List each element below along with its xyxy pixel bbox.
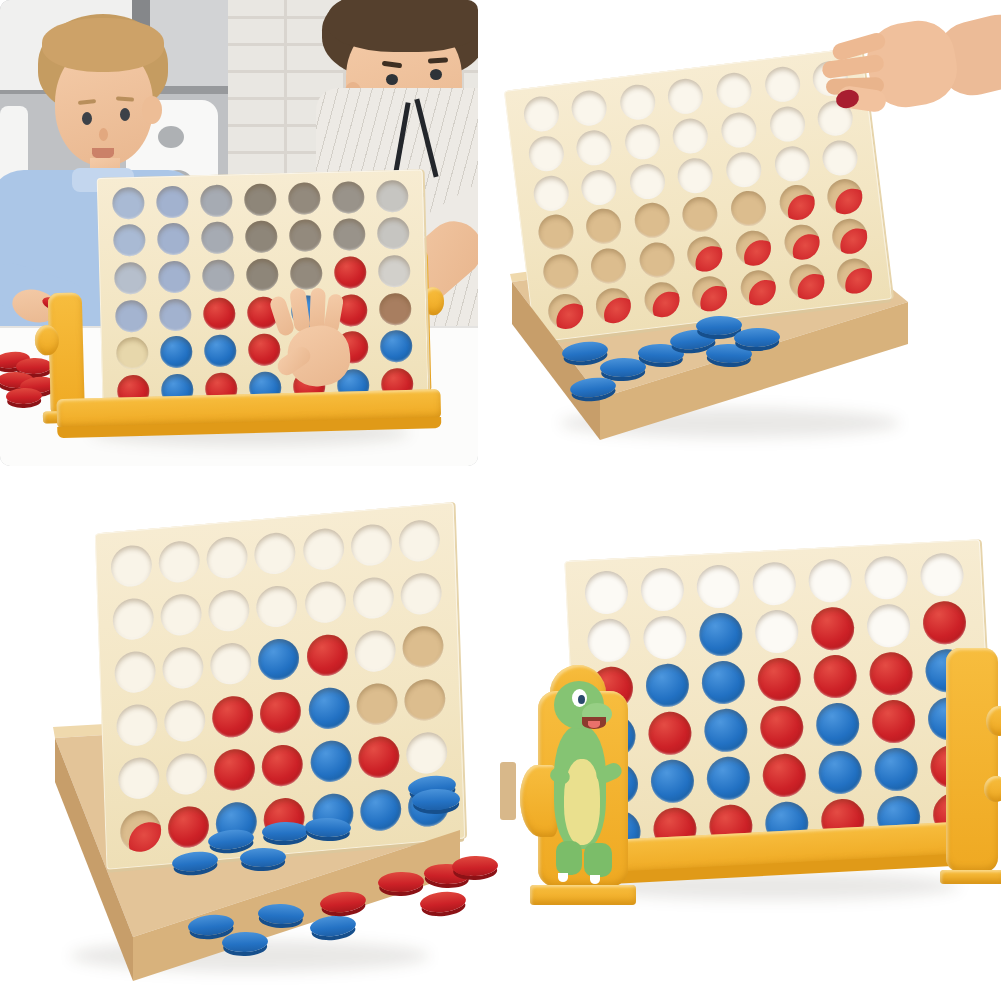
disc-red-r4-c3 [203, 297, 236, 330]
disc-red-r6-c2 [167, 805, 209, 850]
hole-empty-r3-c6 [354, 629, 396, 674]
disc-blue-r6-c6 [360, 788, 402, 833]
hole-empty-r3-c1 [114, 650, 156, 695]
disc-red-r5-c4 [761, 752, 806, 797]
hole-wood-r3-c7 [402, 625, 444, 670]
hole-empty-r2-c1 [113, 224, 146, 257]
disc-blue-r6-c7 [408, 784, 450, 829]
photo-grid-in-tray [0, 500, 500, 1001]
hole-empty-r1-c4 [244, 183, 277, 216]
boy1-eye [82, 112, 92, 125]
hole-empty-r2-c3 [201, 222, 234, 255]
hole-wood-r4-c7 [404, 678, 446, 723]
hole-empty-r1-c3 [618, 83, 657, 122]
hole-empty-r3-c6 [772, 144, 811, 183]
hole-empty-r1-c6 [332, 181, 365, 214]
hole-empty-r1-c4 [751, 561, 796, 606]
hole-empty-r1-c3 [206, 535, 248, 580]
disc-red-resting-r6-c1 [119, 809, 161, 854]
boy1-fringe [42, 18, 164, 72]
disc-red-r4-c4 [759, 704, 804, 749]
photo-game-dino-stand [500, 500, 1001, 1001]
hole-empty-r2-c4 [754, 609, 799, 654]
hole-empty-r2-c1 [586, 617, 631, 662]
hole-empty-r2-c5 [289, 220, 322, 253]
stand-right-foot [940, 870, 1001, 884]
grid-top-left [97, 169, 429, 417]
disc-blue-r5-c7 [380, 330, 413, 363]
hole-empty-r3-c7 [821, 138, 860, 177]
hole-empty-r2-c6 [865, 603, 910, 648]
hole-empty-r1-c6 [350, 523, 392, 568]
hole-empty-r3-c2 [580, 168, 619, 207]
disc-red-r3-c5 [306, 633, 348, 678]
disc-red-resting-r4-c6 [777, 183, 816, 222]
disc-red-r3-c6 [334, 256, 367, 289]
hole-empty-r2-c4 [245, 221, 278, 254]
hole-empty-r1-c3 [695, 563, 740, 608]
hole-empty-r1-c1 [583, 569, 628, 614]
grid-bottom-left [95, 502, 465, 870]
hole-empty-r1-c1 [522, 95, 561, 134]
stand-right-body [946, 648, 998, 872]
stand-right [946, 648, 998, 886]
hole-empty-r3-c1 [114, 262, 147, 295]
disc-blue-r3-c4 [258, 637, 300, 682]
disc-red-resting-r4-c7 [826, 177, 865, 216]
hole-empty-r3-c3 [628, 162, 667, 201]
hole-wood-r4-c5 [729, 189, 768, 228]
hole-empty-r2-c2 [642, 614, 687, 659]
hole-wood-r4-c6 [356, 682, 398, 727]
hole-empty-r2-c3 [623, 122, 662, 161]
hole-empty-r4-c1 [115, 703, 157, 748]
hole-empty-r2-c6 [768, 105, 807, 144]
hole-empty-r1-c2 [156, 185, 189, 218]
hole-wood-r4-c4 [681, 195, 720, 234]
dino-leg [584, 843, 612, 877]
hole-empty-r2-c7 [400, 572, 442, 617]
hole-empty-r1-c2 [158, 540, 200, 585]
hole-wood-r4-c2 [584, 207, 623, 246]
disc-red-resting-r6-c4 [691, 274, 730, 313]
disc-red-r2-c5 [810, 606, 855, 651]
disc-red-resting-r6-c5 [739, 268, 778, 307]
disc-red-resting-r6-c1 [546, 292, 585, 331]
disc-red-resting-r5-c4 [686, 235, 725, 274]
disc-blue-r2-c3 [698, 611, 743, 656]
hole-empty-r4-c7 [379, 293, 412, 326]
hole-empty-r3-c4 [676, 156, 715, 195]
disc-blue-r5-c2 [649, 758, 694, 803]
hole-empty-r1-c2 [570, 89, 609, 128]
disc-blue-r6-c5 [312, 792, 354, 837]
hole-empty-r1-c7 [919, 552, 964, 597]
disc-blue-r5-c5 [310, 739, 352, 784]
disc-red-resting-r6-c6 [787, 262, 826, 301]
hole-empty-r3-c4 [246, 258, 279, 291]
disc-red-r5-c4 [262, 743, 304, 788]
hole-empty-r4-c1 [115, 300, 148, 333]
disc-red-r4-c4 [260, 690, 302, 735]
disc-blue-r6-c3 [215, 801, 257, 846]
stand-right-bump [984, 776, 1001, 802]
hole-empty-r3-c1 [531, 174, 570, 213]
hole-empty-r1-c5 [715, 71, 754, 110]
hole-empty-r1-c4 [666, 77, 705, 116]
disc-red-r3-c5 [812, 654, 857, 699]
disc-red-r5-c6 [358, 735, 400, 780]
adult-hand [818, 2, 1001, 132]
disc-blue-r4-c5 [815, 701, 860, 746]
disc-red-resting-r6-c3 [642, 280, 681, 319]
hole-empty-r2-c1 [527, 134, 566, 173]
disc-red-r6-c4 [263, 796, 305, 841]
hole-empty-r2-c3 [208, 588, 250, 633]
hole-empty-r2-c4 [256, 584, 298, 629]
hole-empty-r1-c2 [639, 566, 684, 611]
hole-empty-r1-c1 [110, 544, 152, 589]
hole-empty-r3-c2 [162, 646, 204, 691]
photo-hand-lifting-grid [500, 0, 1001, 500]
hole-empty-r2-c2 [160, 593, 202, 638]
dino-belly [564, 759, 600, 845]
hole-empty-r1-c5 [807, 558, 852, 603]
hole-empty-r5-c2 [165, 752, 207, 797]
dino-tongue [588, 721, 600, 728]
hole-empty-r2-c7 [377, 217, 410, 250]
hole-empty-r3-c2 [158, 261, 191, 294]
hole-empty-r1-c1 [112, 187, 145, 220]
hole-wood-r4-c3 [633, 201, 672, 240]
boy2-fringe [328, 0, 478, 52]
hole-wood-r5-c3 [638, 240, 677, 279]
hole-empty-r4-c2 [164, 699, 206, 744]
hole-wood-r4-c1 [536, 213, 575, 252]
dino-pupil [578, 695, 585, 704]
disc-red-resting-r5-c6 [782, 223, 821, 262]
boy1-eye [120, 108, 130, 121]
hole-empty-r3-c5 [290, 257, 323, 290]
wood-block [500, 762, 516, 820]
disc-blue-r5-c5 [817, 749, 862, 794]
hole-empty-r3-c3 [202, 260, 235, 293]
hole-empty-r2-c5 [304, 580, 346, 625]
stand-left-dino [520, 665, 640, 915]
boy1-ear [142, 96, 162, 124]
disc-red-resting-r5-c7 [830, 217, 869, 256]
disc-red-resting-r6-c2 [594, 286, 633, 325]
hole-empty-r5-c1 [116, 337, 149, 370]
dino-claw [558, 873, 568, 882]
hole-empty-r3-c3 [210, 641, 252, 686]
boy2-eye [386, 74, 398, 85]
hole-empty-r2-c1 [112, 597, 154, 642]
hole-wood-r5-c1 [541, 252, 580, 291]
dino-claw [590, 875, 600, 884]
product-collage [0, 0, 1001, 1001]
disc-blue-r5-c3 [204, 335, 237, 368]
hole-empty-r1-c3 [200, 184, 233, 217]
disc-red-r4-c2 [647, 710, 692, 755]
hole-empty-r1-c6 [863, 555, 908, 600]
dino-leg [556, 841, 582, 875]
hole-empty-r2-c4 [671, 116, 710, 155]
disc-red-r2-c7 [921, 600, 966, 645]
disc-red-r3-c6 [868, 651, 913, 696]
dino-stand-foot [530, 885, 636, 905]
chair-hole [158, 126, 184, 148]
hole-empty-r1-c7 [376, 180, 409, 213]
hole-empty-r1-c5 [302, 527, 344, 572]
hole-empty-r2-c5 [719, 111, 758, 150]
hole-empty-r4-c2 [159, 298, 192, 331]
boy1-nose [99, 128, 108, 141]
disc-red-r3-c4 [756, 656, 801, 701]
hole-empty-r1-c6 [763, 65, 802, 104]
disc-red-r5-c4 [248, 334, 281, 367]
hole-empty-r2-c6 [333, 218, 366, 251]
disc-red-r5-c3 [214, 747, 256, 792]
disc-red-resting-r6-c7 [835, 256, 874, 295]
hole-empty-r5-c1 [117, 756, 159, 801]
hole-empty-r1-c5 [288, 182, 321, 215]
disc-red-resting-r5-c5 [734, 229, 773, 268]
hole-empty-r2-c2 [157, 223, 190, 256]
hole-empty-r5-c7 [406, 731, 448, 776]
hole-wood-r5-c2 [589, 246, 628, 285]
game-top-left [67, 163, 436, 440]
disc-blue-r5-c6 [873, 746, 918, 791]
hole-empty-r2-c6 [352, 576, 394, 621]
hole-empty-r1-c7 [399, 518, 441, 563]
hole-empty-r3-c7 [378, 255, 411, 288]
boy2-eye [430, 69, 442, 80]
disc-blue-r4-c5 [308, 686, 350, 731]
disc-blue-r4-c3 [703, 707, 748, 752]
disc-blue-r5-c2 [160, 336, 193, 369]
disc-red-r4-c6 [871, 699, 916, 744]
disc-blue-r5-c3 [705, 755, 750, 800]
photo-kids-playing [0, 0, 478, 466]
disc-blue-r3-c2 [644, 662, 689, 707]
disc-blue-r3-c3 [700, 659, 745, 704]
hole-empty-r3-c5 [724, 150, 763, 189]
hole-empty-r2-c2 [575, 128, 614, 167]
disc-red-r4-c3 [212, 694, 254, 739]
hole-empty-r1-c4 [254, 531, 296, 576]
